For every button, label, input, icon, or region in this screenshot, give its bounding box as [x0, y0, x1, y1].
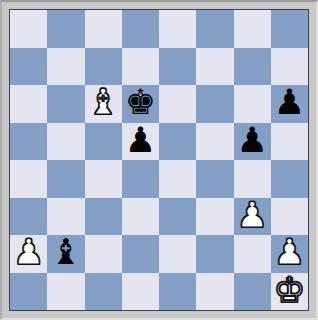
square-a3[interactable] [10, 198, 47, 236]
square-b1[interactable] [47, 273, 84, 311]
piece-black-pawn: ♟ [274, 85, 305, 120]
square-c8[interactable] [85, 10, 122, 48]
square-c7[interactable] [85, 48, 122, 86]
square-d1[interactable] [122, 273, 159, 311]
piece-black-pawn: ♟ [125, 123, 156, 158]
square-e3[interactable] [159, 198, 196, 236]
square-d4[interactable] [122, 160, 159, 198]
piece-black-king: ♚ [125, 85, 156, 120]
square-f3[interactable] [196, 198, 233, 236]
square-d7[interactable] [122, 48, 159, 86]
square-g6[interactable] [234, 85, 271, 123]
square-b8[interactable] [47, 10, 84, 48]
square-c1[interactable] [85, 273, 122, 311]
square-h2[interactable]: ♟ [271, 235, 308, 273]
square-f2[interactable] [196, 235, 233, 273]
square-c6[interactable]: ♝ [85, 85, 122, 123]
square-b7[interactable] [47, 48, 84, 86]
square-c4[interactable] [85, 160, 122, 198]
square-b3[interactable] [47, 198, 84, 236]
square-d2[interactable] [122, 235, 159, 273]
diagram-frame: ♝♚♟♟♟♟♟♝♟♚ [0, 0, 318, 320]
square-d8[interactable] [122, 10, 159, 48]
square-h6[interactable]: ♟ [271, 85, 308, 123]
square-f5[interactable] [196, 123, 233, 161]
square-b4[interactable] [47, 160, 84, 198]
piece-white-pawn: ♟ [274, 235, 305, 270]
square-e4[interactable] [159, 160, 196, 198]
square-d3[interactable] [122, 198, 159, 236]
square-a8[interactable] [10, 10, 47, 48]
chess-board: ♝♚♟♟♟♟♟♝♟♚ [9, 9, 309, 311]
square-g5[interactable]: ♟ [234, 123, 271, 161]
piece-black-pawn: ♟ [236, 123, 267, 158]
square-f7[interactable] [196, 48, 233, 86]
square-e5[interactable] [159, 123, 196, 161]
square-e8[interactable] [159, 10, 196, 48]
square-f8[interactable] [196, 10, 233, 48]
square-d6[interactable]: ♚ [122, 85, 159, 123]
square-g8[interactable] [234, 10, 271, 48]
square-g4[interactable] [234, 160, 271, 198]
square-d5[interactable]: ♟ [122, 123, 159, 161]
square-b6[interactable] [47, 85, 84, 123]
square-a4[interactable] [10, 160, 47, 198]
square-f4[interactable] [196, 160, 233, 198]
square-c3[interactable] [85, 198, 122, 236]
square-b2[interactable]: ♝ [47, 235, 84, 273]
square-c5[interactable] [85, 123, 122, 161]
square-h1[interactable]: ♚ [271, 273, 308, 311]
piece-white-pawn: ♟ [13, 235, 44, 270]
square-g1[interactable] [234, 273, 271, 311]
square-h8[interactable] [271, 10, 308, 48]
piece-white-king: ♚ [274, 273, 305, 308]
square-f6[interactable] [196, 85, 233, 123]
square-a7[interactable] [10, 48, 47, 86]
square-a6[interactable] [10, 85, 47, 123]
square-a1[interactable] [10, 273, 47, 311]
square-e7[interactable] [159, 48, 196, 86]
square-a5[interactable] [10, 123, 47, 161]
square-e6[interactable] [159, 85, 196, 123]
square-g7[interactable] [234, 48, 271, 86]
square-e2[interactable] [159, 235, 196, 273]
square-a2[interactable]: ♟ [10, 235, 47, 273]
piece-white-bishop: ♝ [87, 85, 118, 120]
square-b5[interactable] [47, 123, 84, 161]
square-f1[interactable] [196, 273, 233, 311]
square-h3[interactable] [271, 198, 308, 236]
square-e1[interactable] [159, 273, 196, 311]
square-h7[interactable] [271, 48, 308, 86]
square-h4[interactable] [271, 160, 308, 198]
piece-black-bishop: ♝ [50, 235, 81, 270]
square-h5[interactable] [271, 123, 308, 161]
piece-white-pawn: ♟ [236, 198, 267, 233]
square-g2[interactable] [234, 235, 271, 273]
square-c2[interactable] [85, 235, 122, 273]
square-g3[interactable]: ♟ [234, 198, 271, 236]
